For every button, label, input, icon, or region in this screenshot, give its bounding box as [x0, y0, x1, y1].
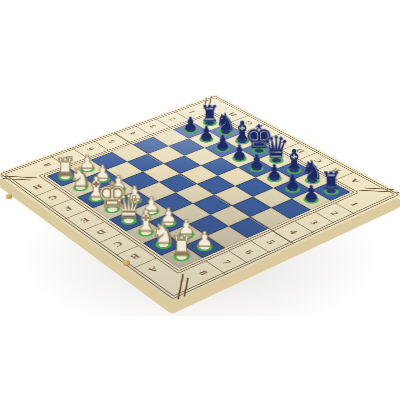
rank-label: 4	[274, 221, 314, 242]
rank-label: 2	[316, 203, 355, 223]
chess-set-photo: HGFEDCBA HGFEDCBA 12345678 12345678 ♜♞♝♛…	[0, 0, 400, 400]
brass-hinge	[6, 194, 12, 199]
brass-clasp	[123, 260, 130, 266]
file-label: H	[20, 178, 56, 196]
rank-label: 1	[336, 194, 374, 213]
rank-label: 3	[295, 212, 335, 233]
board-square[interactable]	[197, 176, 235, 195]
board-square[interactable]	[159, 174, 197, 193]
